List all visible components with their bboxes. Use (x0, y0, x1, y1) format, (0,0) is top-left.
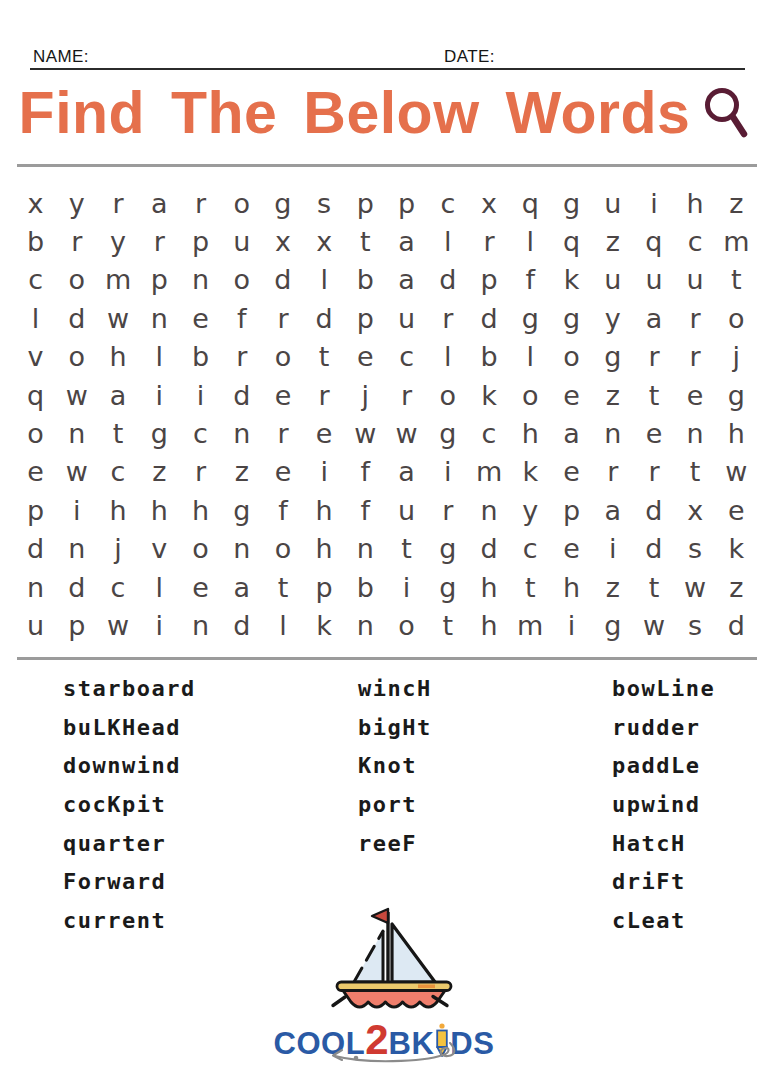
grid-cell: d (716, 606, 757, 644)
grid-cell: o (56, 338, 97, 376)
grid-cell: h (468, 606, 509, 644)
grid-cell: m (97, 261, 138, 299)
grid-cell: z (592, 568, 633, 606)
grid-cell: r (97, 184, 138, 222)
grid-cell: r (221, 338, 262, 376)
grid-cell: g (262, 184, 303, 222)
word-list-item: bigHt (358, 708, 432, 747)
grid-cell: k (304, 606, 345, 644)
name-label: NAME: (33, 47, 89, 67)
grid-cell: l (510, 338, 551, 376)
grid-cell: y (510, 491, 551, 529)
grid-cell: p (56, 606, 97, 644)
grid-cell: x (262, 222, 303, 260)
word-list-item: driFt (612, 862, 715, 901)
sailboat-icon (330, 903, 458, 1017)
grid-cell: h (139, 491, 180, 529)
grid-cell: o (716, 299, 757, 337)
page-title: Find The Below Words (19, 84, 691, 143)
grid-cell: l (510, 222, 551, 260)
grid-cell: p (15, 491, 56, 529)
grid-cell: y (97, 222, 138, 260)
grid-cell: p (345, 184, 386, 222)
grid-cell: d (468, 530, 509, 568)
magnifier-icon (703, 86, 749, 142)
grid-cell: o (386, 606, 427, 644)
grid-cell: n (345, 530, 386, 568)
grid-cell: c (180, 414, 221, 452)
grid-cell: p (551, 491, 592, 529)
grid-cell: d (221, 606, 262, 644)
grid-cell: n (56, 414, 97, 452)
grid-cell: g (510, 299, 551, 337)
grid-cell: e (262, 453, 303, 491)
grid-cell: c (15, 261, 56, 299)
grid-cell: a (386, 222, 427, 260)
grid-cell: d (56, 299, 97, 337)
grid-cell: z (139, 453, 180, 491)
grid-cell: b (15, 222, 56, 260)
grid-cell: j (97, 530, 138, 568)
grid-cell: p (139, 261, 180, 299)
grid-cell: o (15, 414, 56, 452)
grid-cell: g (427, 414, 468, 452)
grid-cell: l (427, 338, 468, 376)
grid-cell: u (15, 606, 56, 644)
grid-cell: r (427, 491, 468, 529)
grid-cell: i (427, 453, 468, 491)
grid-cell: t (510, 568, 551, 606)
grid-cell: w (386, 414, 427, 452)
grid-cell: j (716, 338, 757, 376)
grid-cell: h (510, 414, 551, 452)
grid-cell: q (510, 184, 551, 222)
grid-cell: a (97, 376, 138, 414)
grid-cell: k (551, 261, 592, 299)
grid-cell: i (304, 453, 345, 491)
grid-cell: s (675, 530, 716, 568)
grid-cell: n (675, 414, 716, 452)
grid-cell: d (304, 299, 345, 337)
grid-cell: o (262, 530, 303, 568)
grid-cell: a (386, 453, 427, 491)
grid-cell: v (15, 338, 56, 376)
word-list-item: cocKpit (63, 785, 196, 824)
grid-cell: u (633, 261, 674, 299)
grid-cell: e (180, 299, 221, 337)
grid-cell: p (345, 299, 386, 337)
grid-cell: e (304, 414, 345, 452)
grid-cell: n (468, 491, 509, 529)
grid-cell: d (633, 491, 674, 529)
grid-cell: h (97, 491, 138, 529)
grid-cell: h (675, 184, 716, 222)
grid-cell: u (221, 222, 262, 260)
grid-cell: f (345, 491, 386, 529)
grid-cell: h (468, 568, 509, 606)
grid-cell: e (551, 453, 592, 491)
grid-cell: n (221, 414, 262, 452)
grid-cell: c (427, 184, 468, 222)
grid-cell: b (345, 568, 386, 606)
word-list-item: upwind (612, 785, 715, 824)
grid-cell: f (262, 491, 303, 529)
grid-cell: t (675, 453, 716, 491)
grid-cell: l (139, 338, 180, 376)
word-list-item: buLKHead (63, 708, 196, 747)
grid-cell: r (675, 299, 716, 337)
word-list-item: starboard (63, 669, 196, 708)
grid-cell: b (345, 261, 386, 299)
grid-cell: g (551, 299, 592, 337)
grid-cell: n (345, 606, 386, 644)
grid-cell: a (551, 414, 592, 452)
grid-cell: u (386, 491, 427, 529)
date-label: DATE: (444, 47, 495, 67)
grid-cell: n (56, 530, 97, 568)
grid-cell: z (592, 222, 633, 260)
grid-cell: i (180, 376, 221, 414)
word-list-item: downwind (63, 746, 196, 785)
grid-cell: r (427, 299, 468, 337)
grid-cell: g (139, 414, 180, 452)
grid-cell: f (510, 261, 551, 299)
grid-cell: s (304, 184, 345, 222)
grid-cell: o (262, 338, 303, 376)
grid-cell: e (15, 453, 56, 491)
title-row: Find The Below Words (0, 84, 768, 143)
grid-cell: w (97, 606, 138, 644)
grid-cell: h (304, 530, 345, 568)
grid-cell: u (386, 299, 427, 337)
grid-cell: t (304, 338, 345, 376)
grid-cell: h (180, 491, 221, 529)
grid-cell: g (592, 338, 633, 376)
grid-cell: e (262, 376, 303, 414)
grid-cell: u (592, 261, 633, 299)
grid-cell: k (716, 530, 757, 568)
grid-cell: t (427, 606, 468, 644)
grid-cell: r (262, 414, 303, 452)
word-list-item: rudder (612, 708, 715, 747)
grid-cell: w (633, 606, 674, 644)
grid-cell: q (15, 376, 56, 414)
word-list-item: Knot (358, 746, 432, 785)
grid-cell: f (345, 453, 386, 491)
grid-cell: g (427, 568, 468, 606)
word-list-item: Forward (63, 862, 196, 901)
grid-cell: y (56, 184, 97, 222)
grid-cell: w (345, 414, 386, 452)
grid-cell: e (633, 414, 674, 452)
grid-cell: z (716, 568, 757, 606)
grid-cell: c (97, 453, 138, 491)
word-list-item: bowLine (612, 669, 715, 708)
grid-cell: n (221, 530, 262, 568)
grid-cell: p (468, 261, 509, 299)
grid-cell: r (180, 453, 221, 491)
grid-cell: r (592, 453, 633, 491)
grid-cell: c (510, 530, 551, 568)
grid-cell: b (468, 338, 509, 376)
word-list-column-1: starboardbuLKHeaddownwindcocKpitquarterF… (63, 669, 196, 940)
grid-cell: n (180, 606, 221, 644)
grid-cell: h (97, 338, 138, 376)
grid-cell: w (675, 568, 716, 606)
grid-cell: k (510, 453, 551, 491)
grid-cell: r (468, 222, 509, 260)
grid-cell: a (221, 568, 262, 606)
grid-cell: n (592, 414, 633, 452)
grid-cell: x (304, 222, 345, 260)
grid-cell: d (15, 530, 56, 568)
grid-cell: i (139, 606, 180, 644)
grid-cell: i (551, 606, 592, 644)
grid-cell: r (56, 222, 97, 260)
grid-cell: a (633, 299, 674, 337)
grid-cell: o (221, 184, 262, 222)
worksheet-page: NAME: DATE: Find The Below Words xyrarog… (0, 0, 768, 1086)
grid-cell: e (345, 338, 386, 376)
word-list-item: quarter (63, 824, 196, 863)
grid-cell: l (427, 222, 468, 260)
name-date-write-line (30, 68, 745, 70)
grid-cell: p (304, 568, 345, 606)
grid-cell: e (551, 376, 592, 414)
grid-cell: o (221, 261, 262, 299)
grid-cell: x (15, 184, 56, 222)
word-list-item: wincH (358, 669, 432, 708)
grid-cell: p (180, 222, 221, 260)
grid-cell: m (510, 606, 551, 644)
grid-cell: r (304, 376, 345, 414)
grid-cell: c (675, 222, 716, 260)
grid-cell: a (386, 261, 427, 299)
grid-cell: i (56, 491, 97, 529)
grid-cell: i (386, 568, 427, 606)
grid-cell: z (221, 453, 262, 491)
grid-cell: e (716, 491, 757, 529)
grid-cell: w (56, 376, 97, 414)
grid-cell: a (139, 184, 180, 222)
grid-cell: r (633, 338, 674, 376)
grid-cell: t (633, 568, 674, 606)
grid-cell: q (633, 222, 674, 260)
word-list-item: HatcH (612, 824, 715, 863)
grid-cell: r (180, 184, 221, 222)
grid-cell: t (97, 414, 138, 452)
grid-cell: d (56, 568, 97, 606)
grid-cell: t (262, 568, 303, 606)
grid-cell: d (262, 261, 303, 299)
word-list-column-3: bowLinerudderpaddLeupwindHatcHdriFtcLeat (612, 669, 715, 940)
grid-cell: n (15, 568, 56, 606)
grid-cell: l (304, 261, 345, 299)
word-list-item: cLeat (612, 901, 715, 940)
grid-cell: g (427, 530, 468, 568)
word-list-item: port (358, 785, 432, 824)
grid-cell: d (468, 299, 509, 337)
grid-cell: n (180, 261, 221, 299)
grid-cell: r (633, 453, 674, 491)
grid-cell: o (180, 530, 221, 568)
grid-cell: c (386, 338, 427, 376)
grid-cell: r (262, 299, 303, 337)
grid-cell: y (592, 299, 633, 337)
grid-cell: g (221, 491, 262, 529)
divider-bottom (17, 657, 757, 660)
grid-cell: t (633, 376, 674, 414)
grid-cell: z (716, 184, 757, 222)
grid-cell: e (675, 376, 716, 414)
grid-cell: o (510, 376, 551, 414)
grid-cell: t (345, 222, 386, 260)
grid-cell: g (592, 606, 633, 644)
grid-cell: c (97, 568, 138, 606)
grid-cell: l (15, 299, 56, 337)
grid-cell: s (675, 606, 716, 644)
grid-cell: l (262, 606, 303, 644)
grid-cell: r (675, 338, 716, 376)
grid-cell: h (304, 491, 345, 529)
grid-cell: p (386, 184, 427, 222)
grid-cell: t (716, 261, 757, 299)
grid-cell: a (592, 491, 633, 529)
word-grid: xyrarogsppcxqguihzbryrpuxxtalrlqzqcmcomp… (15, 184, 757, 645)
grid-cell: e (180, 568, 221, 606)
grid-cell: h (716, 414, 757, 452)
divider-top (17, 164, 757, 167)
grid-cell: d (633, 530, 674, 568)
grid-cell: b (180, 338, 221, 376)
grid-cell: i (592, 530, 633, 568)
grid-cell: o (56, 261, 97, 299)
grid-cell: h (551, 568, 592, 606)
word-list-item: reeF (358, 824, 432, 863)
grid-cell: i (633, 184, 674, 222)
grid-cell: x (468, 184, 509, 222)
grid-cell: r (139, 222, 180, 260)
grid-cell: g (716, 376, 757, 414)
word-list-item: paddLe (612, 746, 715, 785)
grid-cell: w (56, 453, 97, 491)
grid-cell: g (551, 184, 592, 222)
grid-cell: d (427, 261, 468, 299)
grid-cell: i (139, 376, 180, 414)
grid-cell: e (551, 530, 592, 568)
grid-cell: r (386, 376, 427, 414)
grid-cell: c (468, 414, 509, 452)
grid-cell: j (345, 376, 386, 414)
grid-cell: m (468, 453, 509, 491)
word-list-column-2: wincHbigHtKnotportreeF (358, 669, 432, 862)
grid-cell: z (592, 376, 633, 414)
grid-cell: n (139, 299, 180, 337)
grid-cell: k (468, 376, 509, 414)
grid-cell: x (675, 491, 716, 529)
grid-cell: u (675, 261, 716, 299)
grid-cell: u (592, 184, 633, 222)
grid-cell: l (139, 568, 180, 606)
grid-cell: m (716, 222, 757, 260)
grid-cell: o (551, 338, 592, 376)
grid-cell: d (221, 376, 262, 414)
grid-cell: w (716, 453, 757, 491)
word-list-item: current (63, 901, 196, 940)
grid-cell: f (221, 299, 262, 337)
grid-cell: v (139, 530, 180, 568)
grid-cell: q (551, 222, 592, 260)
grid-cell: o (427, 376, 468, 414)
grid-cell: t (386, 530, 427, 568)
grid-cell: w (97, 299, 138, 337)
logo-squiggle (310, 1042, 465, 1068)
